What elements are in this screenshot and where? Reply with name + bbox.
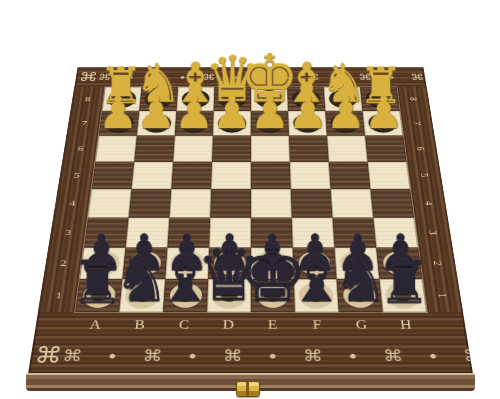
file-label-a: A [89, 318, 102, 332]
file-label-e: E [268, 318, 278, 332]
square-h4[interactable] [370, 189, 414, 218]
rank-label-right-8: 8 [406, 97, 419, 100]
square-b6[interactable] [134, 136, 175, 162]
ornament-band-bottom: ⌘ ⌘ ∙ ⌘ ∙ ⌘ ∙ ⌘ ∙ ⌘ ∙ ⌘ ∙ ⌘ ∙ ⌘ ⌘ [28, 338, 473, 374]
square-d7[interactable]: ♟ [212, 111, 250, 136]
square-e7[interactable]: ♟ [251, 111, 289, 136]
stage: ⌘ ⌘ ∙ ⌘ ∙ ⌘ ∙ ⌘ ∙ ⌘ ∙ ⌘ ∙ ⌘ ⌘ 87654321 ♜… [0, 0, 500, 399]
file-label-b: B [134, 318, 145, 332]
square-h6[interactable] [365, 136, 407, 162]
piece-gold-pawn[interactable]: ♟ [212, 93, 252, 134]
piece-gold-pawn[interactable]: ♟ [287, 93, 327, 134]
square-h5[interactable] [367, 162, 410, 189]
rank-label-right-4: 4 [421, 201, 436, 205]
rank-label-right-2: 2 [430, 261, 445, 265]
squares-grid: ♜♞♝♛♚♝♞♜♟♟♟♟♟♟♟♟♟♟♟♟♟♟♟♟♜♞♝♛♚♝♞♜ [75, 87, 426, 312]
rank-label-right-7: 7 [410, 121, 424, 125]
knotwork-ornament: ⌘ ∙ ⌘ ∙ ⌘ ∙ ⌘ ∙ ⌘ ∙ ⌘ ∙ ⌘ ∙ ⌘ [61, 348, 473, 364]
square-h7[interactable]: ♟ [362, 111, 403, 136]
square-d5[interactable] [211, 162, 251, 189]
piece-gold-pawn[interactable]: ♟ [174, 93, 214, 134]
piece-dark-rook[interactable]: ♜ [377, 255, 430, 309]
file-labels: ABCDEFGH [71, 312, 429, 338]
square-c6[interactable] [173, 136, 213, 162]
chess-board: ⌘ ⌘ ∙ ⌘ ∙ ⌘ ∙ ⌘ ∙ ⌘ ∙ ⌘ ∙ ⌘ ⌘ 87654321 ♜… [28, 67, 473, 374]
square-e6[interactable] [251, 136, 290, 162]
square-h1[interactable]: ♜ [379, 279, 426, 312]
square-g4[interactable] [330, 189, 373, 218]
rank-label-left-2: 2 [60, 258, 68, 269]
corner-scroll-icon: ⌘ [33, 345, 64, 367]
file-label-d: D [223, 318, 234, 332]
square-c5[interactable] [171, 162, 212, 189]
rank-label-left-1: 1 [55, 290, 63, 302]
square-a5[interactable] [91, 162, 134, 189]
square-g1[interactable]: ♞ [336, 279, 382, 312]
rank-label-right-6: 6 [414, 147, 428, 151]
rank-label-left-3: 3 [64, 227, 71, 237]
square-e4[interactable] [251, 189, 292, 218]
piece-gold-pawn[interactable]: ♟ [98, 93, 138, 134]
rank-label-right-5: 5 [417, 173, 431, 177]
piece-dark-rook[interactable]: ♜ [71, 255, 124, 309]
rank-label-right-3: 3 [425, 230, 440, 234]
square-a1[interactable]: ♜ [75, 279, 122, 312]
file-label-c: C [178, 318, 189, 332]
rank-label-left-5: 5 [73, 171, 80, 180]
file-label-f: F [312, 318, 321, 332]
square-g7[interactable]: ♟ [325, 111, 365, 136]
square-d4[interactable] [210, 189, 251, 218]
rank-label-left-8: 8 [85, 95, 91, 103]
corner-scroll-icon: ⌘ [78, 71, 99, 83]
square-a7[interactable]: ♟ [98, 111, 139, 136]
square-f6[interactable] [289, 136, 329, 162]
square-e1[interactable]: ♚ [251, 279, 295, 312]
square-g6[interactable] [327, 136, 368, 162]
chessboard-scene: ⌘ ⌘ ∙ ⌘ ∙ ⌘ ∙ ⌘ ∙ ⌘ ∙ ⌘ ∙ ⌘ ⌘ 87654321 ♜… [0, 0, 500, 399]
square-e5[interactable] [251, 162, 291, 189]
rank-label-left-6: 6 [77, 144, 84, 153]
square-b7[interactable]: ♟ [136, 111, 176, 136]
file-label-g: G [355, 318, 367, 332]
rank-label-right-1: 1 [434, 293, 450, 298]
square-b1[interactable]: ♞ [119, 279, 165, 312]
square-c7[interactable]: ♟ [174, 111, 213, 136]
piece-gold-pawn[interactable]: ♟ [136, 93, 176, 134]
piece-gold-pawn[interactable]: ♟ [250, 93, 290, 134]
knotwork-ornament: ⌘ ∙ ⌘ ∙ ⌘ ∙ ⌘ ∙ ⌘ ∙ ⌘ ∙ ⌘ [97, 73, 426, 81]
rank-label-left-7: 7 [81, 119, 88, 128]
square-b5[interactable] [131, 162, 173, 189]
square-f7[interactable]: ♟ [288, 111, 327, 136]
file-label-h: H [399, 318, 412, 332]
piece-gold-pawn[interactable]: ♟ [363, 93, 403, 134]
square-c4[interactable] [169, 189, 211, 218]
square-a6[interactable] [95, 136, 137, 162]
brass-clasp-icon [236, 381, 260, 397]
rank-label-left-4: 4 [69, 198, 76, 208]
piece-dark-king[interactable]: ♚ [237, 237, 307, 309]
square-f5[interactable] [289, 162, 330, 189]
piece-gold-pawn[interactable]: ♟ [325, 93, 365, 134]
square-d6[interactable] [212, 136, 251, 162]
square-f4[interactable] [290, 189, 332, 218]
square-b4[interactable] [128, 189, 171, 218]
square-g5[interactable] [328, 162, 370, 189]
square-a4[interactable] [87, 189, 131, 218]
